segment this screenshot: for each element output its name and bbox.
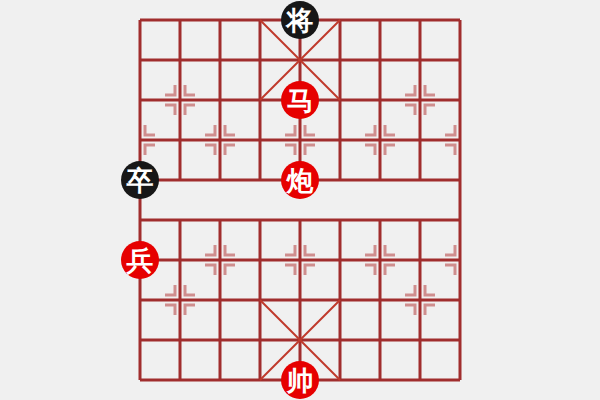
piece-red-soldier[interactable]: 兵 xyxy=(121,241,159,279)
piece-red-horse[interactable]: 马 xyxy=(281,81,319,119)
xiangqi-board[interactable]: 将马炮卒兵帅 xyxy=(120,0,480,400)
piece-red-general[interactable]: 帅 xyxy=(281,361,319,399)
xiangqi-app: 将马炮卒兵帅 xyxy=(0,0,600,400)
piece-black-general[interactable]: 将 xyxy=(281,1,319,39)
piece-red-cannon[interactable]: 炮 xyxy=(281,161,319,199)
piece-black-soldier[interactable]: 卒 xyxy=(121,161,159,199)
